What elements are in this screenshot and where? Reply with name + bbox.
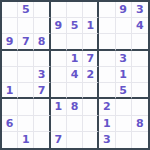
cell-r8c4[interactable] bbox=[51, 116, 67, 132]
cell-r5c3[interactable]: 3 bbox=[34, 67, 50, 83]
cell-r6c2[interactable] bbox=[18, 83, 34, 99]
cell-r3c2[interactable]: 7 bbox=[18, 34, 34, 50]
cell-r9c4[interactable]: 7 bbox=[51, 132, 67, 148]
cell-r4c6[interactable]: 7 bbox=[83, 51, 99, 67]
cell-r9c7[interactable]: 3 bbox=[99, 132, 115, 148]
cell-r9c6[interactable] bbox=[83, 132, 99, 148]
cell-r1c3[interactable] bbox=[34, 2, 50, 18]
cell-r5c7[interactable] bbox=[99, 67, 115, 83]
cell-r1c5[interactable] bbox=[67, 2, 83, 18]
cell-r3c8[interactable] bbox=[116, 34, 132, 50]
cell-r9c5[interactable] bbox=[67, 132, 83, 148]
cell-r2c3[interactable] bbox=[34, 18, 50, 34]
cell-r7c3[interactable] bbox=[34, 99, 50, 115]
cell-r9c9[interactable] bbox=[132, 132, 148, 148]
cell-r4c3[interactable] bbox=[34, 51, 50, 67]
cell-r2c9[interactable]: 4 bbox=[132, 18, 148, 34]
cell-r7c2[interactable] bbox=[18, 99, 34, 115]
cell-r1c9[interactable]: 3 bbox=[132, 2, 148, 18]
cell-r5c8[interactable]: 1 bbox=[116, 67, 132, 83]
cell-r6c9[interactable] bbox=[132, 83, 148, 99]
cell-r4c7[interactable] bbox=[99, 51, 115, 67]
cell-r7c1[interactable] bbox=[2, 99, 18, 115]
cell-r9c1[interactable] bbox=[2, 132, 18, 148]
cell-r6c4[interactable] bbox=[51, 83, 67, 99]
cell-r3c5[interactable] bbox=[67, 34, 83, 50]
cell-r5c5[interactable]: 4 bbox=[67, 67, 83, 83]
cell-r1c2[interactable]: 5 bbox=[18, 2, 34, 18]
cell-r3c4[interactable] bbox=[51, 34, 67, 50]
cell-r1c8[interactable]: 9 bbox=[116, 2, 132, 18]
cell-r8c6[interactable] bbox=[83, 116, 99, 132]
cell-r5c6[interactable]: 2 bbox=[83, 67, 99, 83]
cell-r6c3[interactable]: 7 bbox=[34, 83, 50, 99]
cell-r2c5[interactable]: 5 bbox=[67, 18, 83, 34]
cell-r5c9[interactable] bbox=[132, 67, 148, 83]
cell-r1c1[interactable] bbox=[2, 2, 18, 18]
cell-r1c6[interactable] bbox=[83, 2, 99, 18]
cell-r5c1[interactable] bbox=[2, 67, 18, 83]
cell-r7c6[interactable] bbox=[83, 99, 99, 115]
cell-r7c4[interactable]: 1 bbox=[51, 99, 67, 115]
cell-r6c6[interactable] bbox=[83, 83, 99, 99]
cell-r2c2[interactable] bbox=[18, 18, 34, 34]
cell-r2c8[interactable] bbox=[116, 18, 132, 34]
cell-r6c1[interactable]: 1 bbox=[2, 83, 18, 99]
cell-r3c6[interactable] bbox=[83, 34, 99, 50]
cell-r8c5[interactable] bbox=[67, 116, 83, 132]
cell-r9c2[interactable]: 1 bbox=[18, 132, 34, 148]
cell-r8c1[interactable]: 6 bbox=[2, 116, 18, 132]
cell-r4c2[interactable] bbox=[18, 51, 34, 67]
cell-r7c9[interactable] bbox=[132, 99, 148, 115]
cell-r7c5[interactable]: 8 bbox=[67, 99, 83, 115]
sudoku-board: 59395149781733421175182618173 bbox=[0, 0, 150, 150]
cell-r4c5[interactable]: 1 bbox=[67, 51, 83, 67]
sudoku-app: 59395149781733421175182618173 bbox=[0, 0, 150, 150]
cell-r3c3[interactable]: 8 bbox=[34, 34, 50, 50]
cell-r1c4[interactable] bbox=[51, 2, 67, 18]
cell-r7c8[interactable] bbox=[116, 99, 132, 115]
cell-r4c8[interactable]: 3 bbox=[116, 51, 132, 67]
cell-r7c7[interactable]: 2 bbox=[99, 99, 115, 115]
cell-r4c1[interactable] bbox=[2, 51, 18, 67]
cell-r2c6[interactable]: 1 bbox=[83, 18, 99, 34]
cell-r9c8[interactable] bbox=[116, 132, 132, 148]
cell-r3c9[interactable] bbox=[132, 34, 148, 50]
cell-r1c7[interactable] bbox=[99, 2, 115, 18]
cell-r2c1[interactable] bbox=[2, 18, 18, 34]
cell-r4c4[interactable] bbox=[51, 51, 67, 67]
cell-r8c3[interactable] bbox=[34, 116, 50, 132]
cell-r6c8[interactable]: 5 bbox=[116, 83, 132, 99]
cell-r8c2[interactable] bbox=[18, 116, 34, 132]
cell-r6c7[interactable] bbox=[99, 83, 115, 99]
cell-r2c7[interactable] bbox=[99, 18, 115, 34]
cell-r2c4[interactable]: 9 bbox=[51, 18, 67, 34]
cell-r5c4[interactable] bbox=[51, 67, 67, 83]
cell-r6c5[interactable] bbox=[67, 83, 83, 99]
cell-r8c9[interactable]: 8 bbox=[132, 116, 148, 132]
cell-r9c3[interactable] bbox=[34, 132, 50, 148]
cell-r4c9[interactable] bbox=[132, 51, 148, 67]
cell-r3c1[interactable]: 9 bbox=[2, 34, 18, 50]
cell-r8c7[interactable]: 1 bbox=[99, 116, 115, 132]
cell-r5c2[interactable] bbox=[18, 67, 34, 83]
cell-r3c7[interactable] bbox=[99, 34, 115, 50]
cell-r8c8[interactable] bbox=[116, 116, 132, 132]
